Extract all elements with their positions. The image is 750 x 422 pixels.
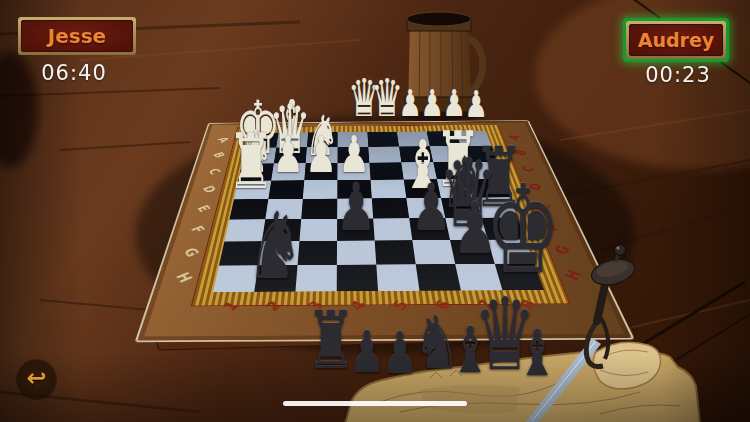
chess-app-screen: ♛♛♟♟♟♟ AABBCCDDEEFFGGHH12345678 ♝♚♛♞♞♟♟♟… (0, 0, 750, 422)
player-plate-jesse: Jesse (18, 17, 136, 55)
player-name: Audrey (629, 24, 723, 56)
clock-audrey: 00:23 (626, 63, 730, 87)
player-plate-audrey: Audrey (626, 21, 726, 59)
home-indicator[interactable] (283, 401, 467, 406)
back-button[interactable]: ↩ (17, 360, 56, 399)
player-name: Jesse (21, 20, 133, 52)
sword-guard-disc (589, 255, 637, 289)
clock-jesse: 06:40 (18, 61, 130, 85)
sword-blade (524, 338, 601, 422)
active-player-highlight: Audrey (623, 18, 729, 62)
sword-knuckle-guard (601, 318, 608, 359)
pommel-highlight (617, 247, 620, 250)
sword-pommel (615, 245, 626, 256)
back-arrow-icon: ↩ (26, 364, 46, 392)
